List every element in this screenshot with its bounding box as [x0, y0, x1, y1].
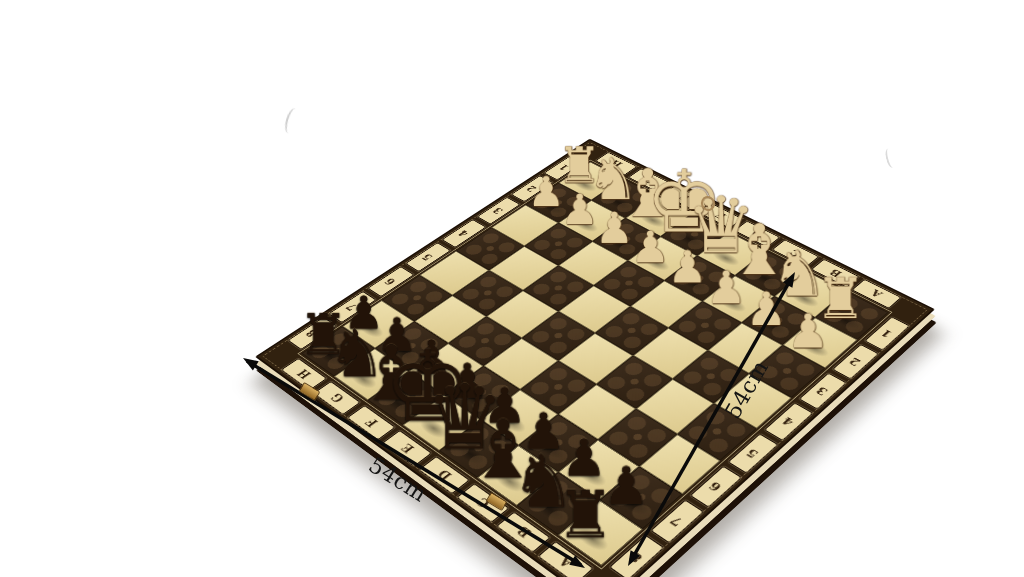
file-label-text: G	[328, 391, 346, 404]
rank-label-text: 4	[780, 415, 797, 428]
rank-label-text: 5	[744, 446, 762, 459]
file-label-text: F	[363, 416, 381, 429]
black-rook[interactable]: ♜	[556, 483, 614, 548]
file-label-text: A	[556, 554, 576, 570]
file-label-text: B	[514, 524, 534, 540]
white-pawn[interactable]: ♟	[631, 225, 670, 269]
file-label-text: D	[435, 467, 455, 482]
rank-label-text: 5	[420, 252, 435, 262]
rank-label-text: 6	[707, 479, 725, 493]
rank-label-text: 6	[383, 276, 399, 286]
rank-label-text: 8	[627, 549, 646, 564]
rank-label-text: 4	[456, 229, 471, 238]
rank-label-text: 2	[847, 355, 864, 367]
white-pawn[interactable]: ♟	[528, 171, 565, 213]
product-photo-scene: HGFEDCBA1♜♞♝♚♛♝♞♜12♟♟♟♟♟♟♟♟2334455667♟♟♟…	[0, 0, 1024, 577]
rank-label-text: 3	[814, 385, 831, 397]
white-pawn[interactable]: ♟	[706, 265, 747, 310]
file-label-text: A	[869, 288, 886, 299]
white-pawn[interactable]: ♟	[561, 188, 599, 230]
rank-label-text: 1	[879, 327, 895, 338]
perspective-wrapper: HGFEDCBA1♜♞♝♚♛♝♞♜12♟♟♟♟♟♟♟♟2334455667♟♟♟…	[0, 0, 1024, 577]
rank-label-text: 7	[668, 514, 687, 529]
rank-label-text: 3	[491, 206, 506, 215]
file-label-text: E	[398, 441, 416, 454]
chess-board: HGFEDCBA1♜♞♝♚♛♝♞♜12♟♟♟♟♟♟♟♟2334455667♟♟♟…	[255, 139, 935, 577]
white-pawn[interactable]: ♟	[787, 307, 829, 354]
file-label-text: H	[295, 367, 314, 380]
white-pawn[interactable]: ♟	[746, 286, 788, 332]
white-pawn[interactable]: ♟	[668, 245, 708, 290]
white-pawn[interactable]: ♟	[595, 206, 634, 249]
board-grid: HGFEDCBA1♜♞♝♚♛♝♞♜12♟♟♟♟♟♟♟♟2334455667♟♟♟…	[255, 139, 935, 577]
